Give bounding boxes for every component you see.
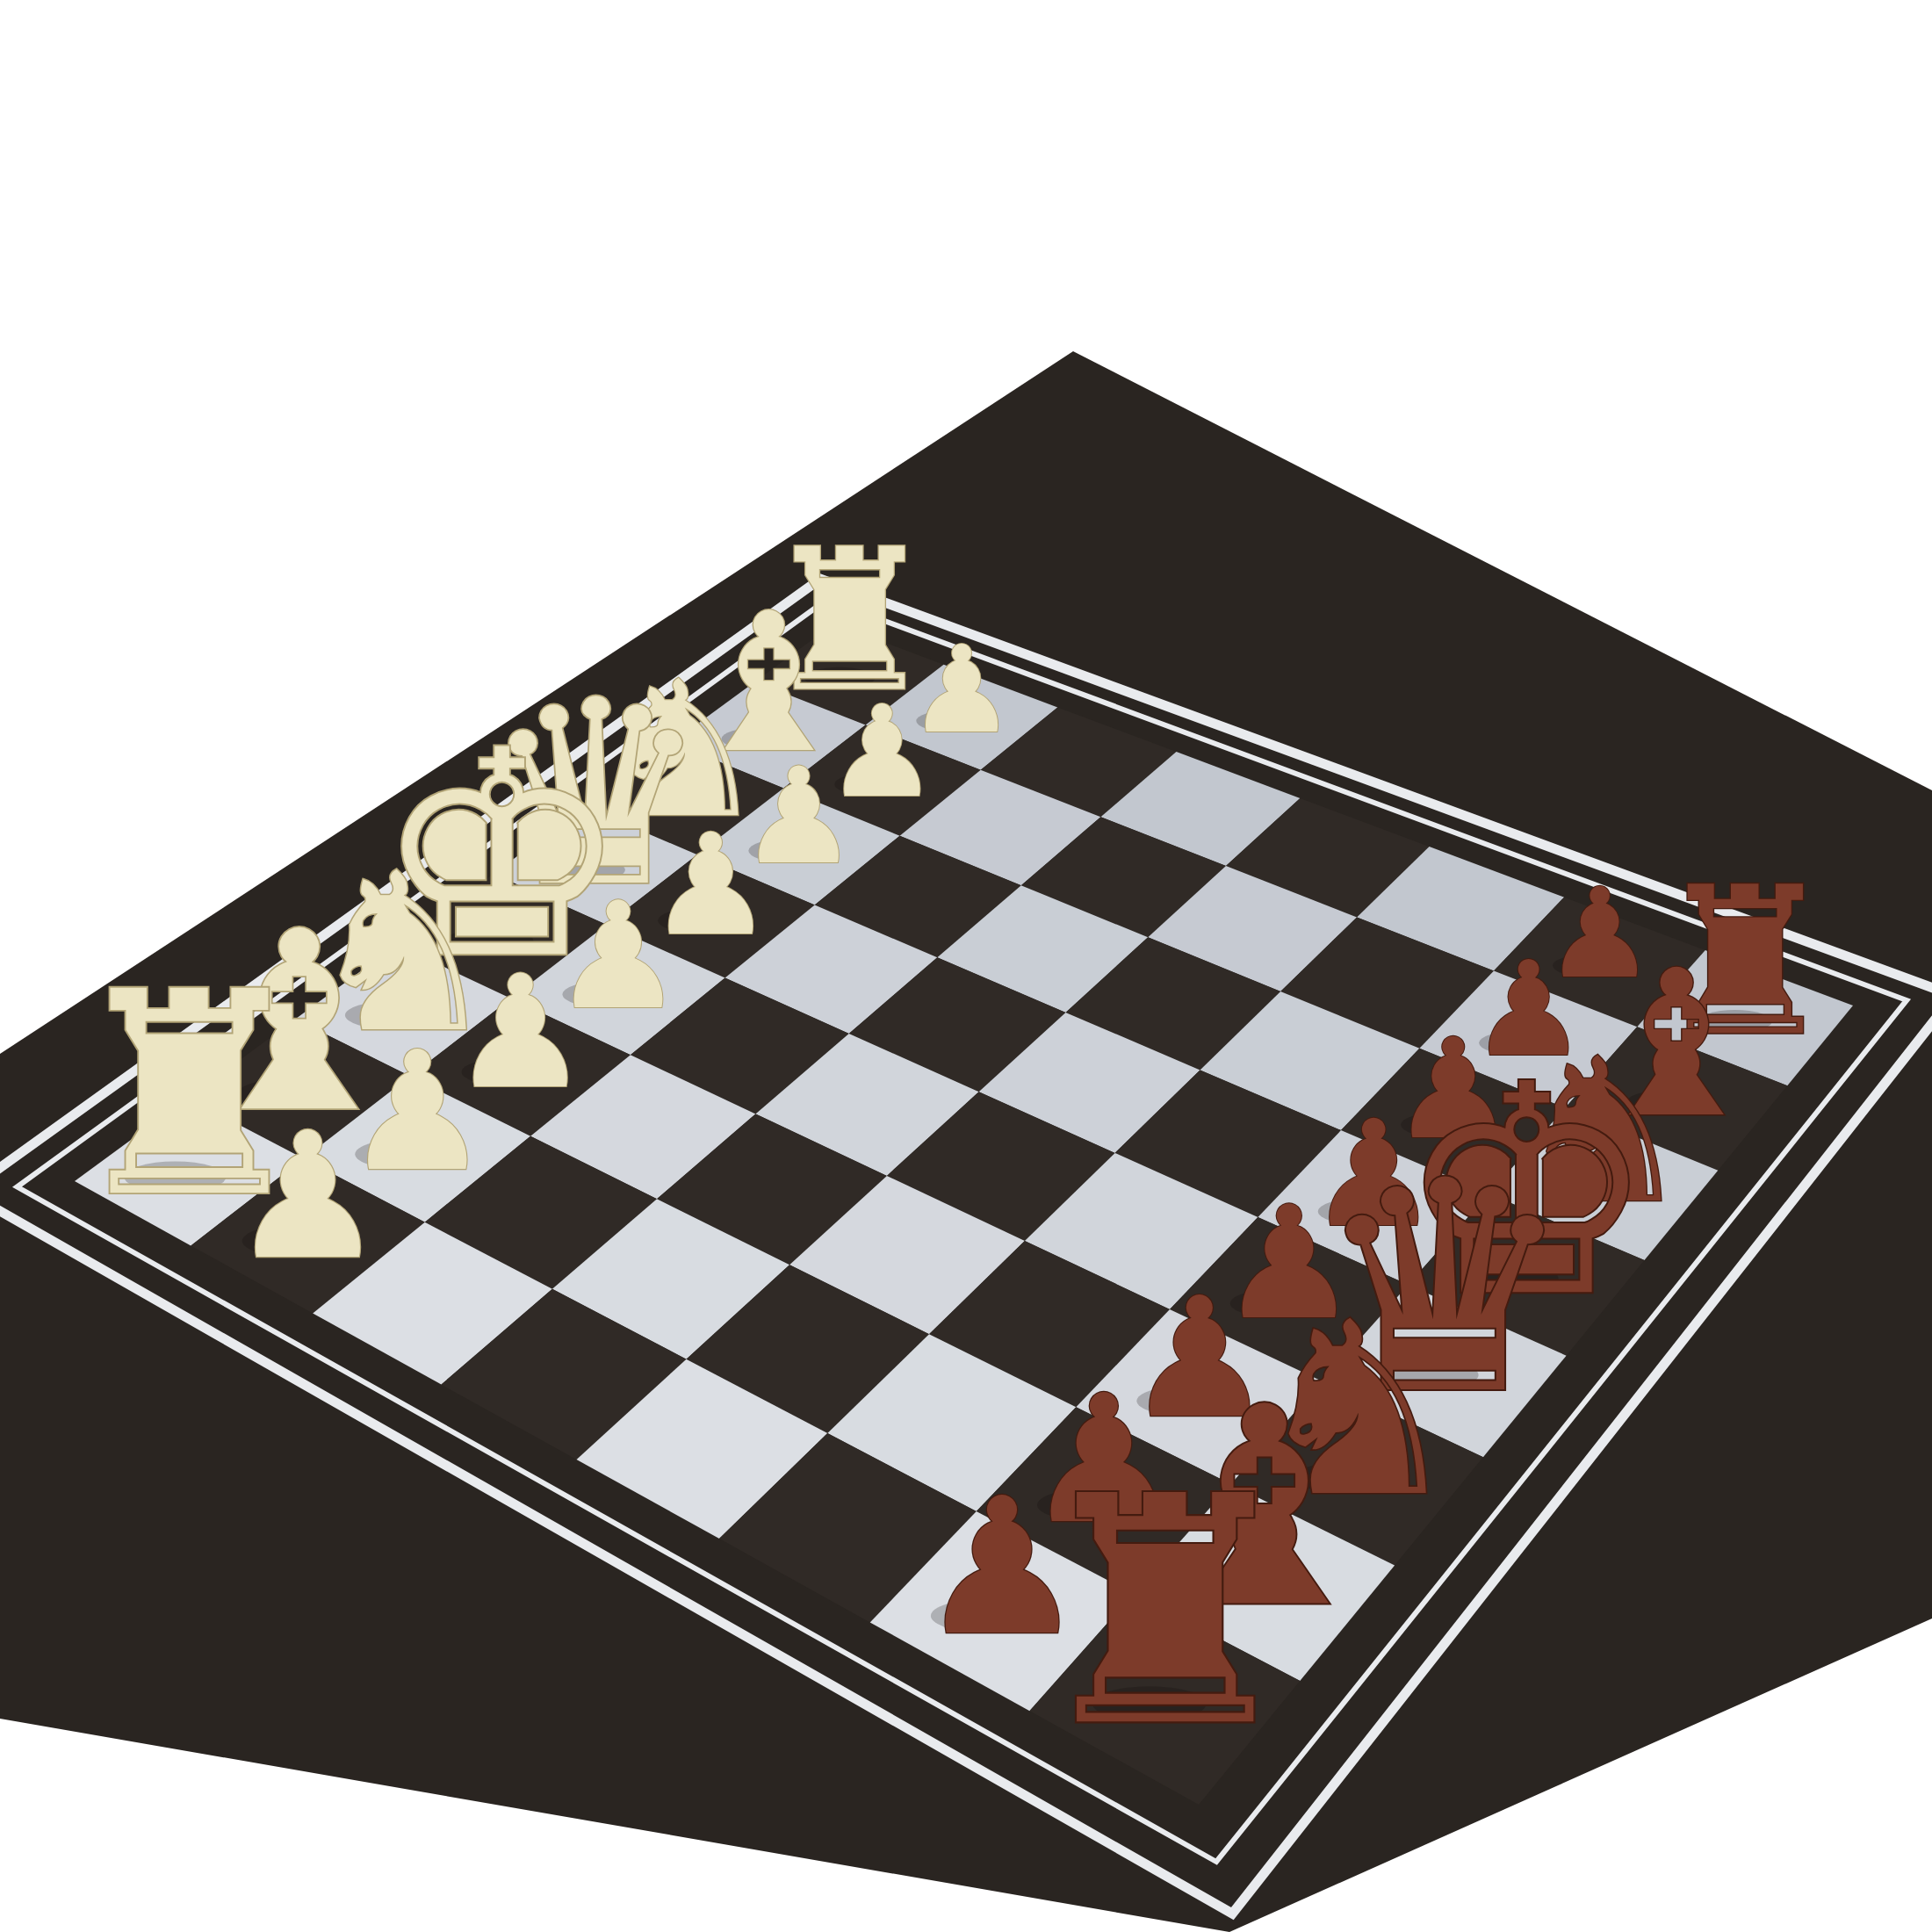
chess-photo-scene: ♜♟♝♟♞♟♛♟♚♟♟♞♜♟♟♝♝♟♟♜♞♟♟♚♟♛♟♞♟♝♟♜: [0, 0, 1932, 1932]
piece-white-pawn-h2 pawn-icon[interactable]: ♟: [230, 1095, 386, 1298]
chessboard-svg: ♜♟♝♟♞♟♛♟♚♟♟♞♜♟♟♝♝♟♟♜♞♟♟♚♟♛♟♞♟♝♟♜: [0, 0, 1932, 1932]
piece-brown-rook-h8 rook-icon[interactable]: ♜: [1025, 1430, 1307, 1795]
